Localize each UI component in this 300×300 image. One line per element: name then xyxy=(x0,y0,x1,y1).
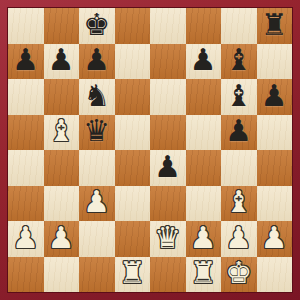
square-b6[interactable] xyxy=(44,79,80,115)
square-h6[interactable]: ♟ xyxy=(257,79,293,115)
square-b8[interactable] xyxy=(44,8,80,44)
white-pawn: ♟ xyxy=(261,223,288,253)
square-b1[interactable] xyxy=(44,257,80,293)
square-a6[interactable] xyxy=(8,79,44,115)
white-pawn: ♟ xyxy=(190,223,217,253)
square-c2[interactable] xyxy=(79,221,115,257)
black-pawn: ♟ xyxy=(190,45,217,75)
square-e7[interactable] xyxy=(150,44,186,80)
square-g7[interactable]: ♝ xyxy=(221,44,257,80)
square-e6[interactable] xyxy=(150,79,186,115)
square-b2[interactable]: ♟ xyxy=(44,221,80,257)
black-pawn: ♟ xyxy=(154,152,181,182)
square-h2[interactable]: ♟ xyxy=(257,221,293,257)
black-pawn: ♟ xyxy=(48,45,75,75)
square-d1[interactable]: ♜ xyxy=(115,257,151,293)
square-f1[interactable]: ♜ xyxy=(186,257,222,293)
square-f6[interactable] xyxy=(186,79,222,115)
square-a7[interactable]: ♟ xyxy=(8,44,44,80)
square-a2[interactable]: ♟ xyxy=(8,221,44,257)
square-c5[interactable]: ♛ xyxy=(79,115,115,151)
black-bishop: ♝ xyxy=(225,81,252,111)
square-g3[interactable]: ♝ xyxy=(221,186,257,222)
square-f2[interactable]: ♟ xyxy=(186,221,222,257)
square-a4[interactable] xyxy=(8,150,44,186)
black-rook: ♜ xyxy=(261,10,288,40)
square-b7[interactable]: ♟ xyxy=(44,44,80,80)
chess-board: ♚♜♟♟♟♟♝♞♝♟♝♛♟♟♟♝♟♟♛♟♟♟♜♜♚ xyxy=(8,8,292,292)
square-d7[interactable] xyxy=(115,44,151,80)
square-h1[interactable] xyxy=(257,257,293,293)
white-king: ♚ xyxy=(225,258,252,288)
square-a5[interactable] xyxy=(8,115,44,151)
white-pawn: ♟ xyxy=(225,223,252,253)
square-h5[interactable] xyxy=(257,115,293,151)
square-g4[interactable] xyxy=(221,150,257,186)
white-pawn: ♟ xyxy=(83,187,110,217)
square-b5[interactable]: ♝ xyxy=(44,115,80,151)
board-frame: ♚♜♟♟♟♟♝♞♝♟♝♛♟♟♟♝♟♟♛♟♟♟♜♜♚ xyxy=(0,0,300,300)
square-h3[interactable] xyxy=(257,186,293,222)
square-d2[interactable] xyxy=(115,221,151,257)
square-e8[interactable] xyxy=(150,8,186,44)
square-e2[interactable]: ♛ xyxy=(150,221,186,257)
square-f8[interactable] xyxy=(186,8,222,44)
square-e1[interactable] xyxy=(150,257,186,293)
black-knight: ♞ xyxy=(83,81,110,111)
square-d5[interactable] xyxy=(115,115,151,151)
square-e4[interactable]: ♟ xyxy=(150,150,186,186)
square-c7[interactable]: ♟ xyxy=(79,44,115,80)
white-rook: ♜ xyxy=(119,258,146,288)
square-h7[interactable] xyxy=(257,44,293,80)
black-king: ♚ xyxy=(83,10,110,40)
white-bishop: ♝ xyxy=(225,187,252,217)
square-d4[interactable] xyxy=(115,150,151,186)
square-f4[interactable] xyxy=(186,150,222,186)
square-g1[interactable]: ♚ xyxy=(221,257,257,293)
square-a3[interactable] xyxy=(8,186,44,222)
square-e5[interactable] xyxy=(150,115,186,151)
square-f5[interactable] xyxy=(186,115,222,151)
white-queen: ♛ xyxy=(154,223,181,253)
square-g8[interactable] xyxy=(221,8,257,44)
square-d8[interactable] xyxy=(115,8,151,44)
black-pawn: ♟ xyxy=(261,81,288,111)
square-c3[interactable]: ♟ xyxy=(79,186,115,222)
white-pawn: ♟ xyxy=(48,223,75,253)
square-a8[interactable] xyxy=(8,8,44,44)
square-a1[interactable] xyxy=(8,257,44,293)
square-g5[interactable]: ♟ xyxy=(221,115,257,151)
square-d3[interactable] xyxy=(115,186,151,222)
square-g6[interactable]: ♝ xyxy=(221,79,257,115)
white-bishop: ♝ xyxy=(48,116,75,146)
square-c8[interactable]: ♚ xyxy=(79,8,115,44)
square-f3[interactable] xyxy=(186,186,222,222)
square-b4[interactable] xyxy=(44,150,80,186)
black-pawn: ♟ xyxy=(83,45,110,75)
square-d6[interactable] xyxy=(115,79,151,115)
white-rook: ♜ xyxy=(190,258,217,288)
square-e3[interactable] xyxy=(150,186,186,222)
square-f7[interactable]: ♟ xyxy=(186,44,222,80)
square-h4[interactable] xyxy=(257,150,293,186)
square-c4[interactable] xyxy=(79,150,115,186)
square-c1[interactable] xyxy=(79,257,115,293)
black-queen: ♛ xyxy=(83,116,110,146)
black-bishop: ♝ xyxy=(225,45,252,75)
square-c6[interactable]: ♞ xyxy=(79,79,115,115)
black-pawn: ♟ xyxy=(225,116,252,146)
square-h8[interactable]: ♜ xyxy=(257,8,293,44)
square-g2[interactable]: ♟ xyxy=(221,221,257,257)
black-pawn: ♟ xyxy=(12,45,39,75)
square-b3[interactable] xyxy=(44,186,80,222)
white-pawn: ♟ xyxy=(12,223,39,253)
